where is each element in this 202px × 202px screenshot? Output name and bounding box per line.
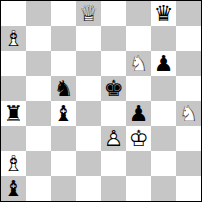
board-square-f4[interactable]: ♟ <box>126 101 151 126</box>
black-king: ♚ <box>101 76 126 101</box>
white-knight: ♞♘ <box>126 51 151 76</box>
board-square-a7[interactable]: ♝♗ <box>1 26 26 51</box>
white-queen-icon: ♕ <box>76 1 101 26</box>
board-square-e1[interactable] <box>101 176 126 201</box>
board-square-e8[interactable] <box>101 1 126 26</box>
board-square-d4[interactable] <box>76 101 101 126</box>
white-bishop-icon: ♗ <box>1 151 26 176</box>
board-square-a4[interactable]: ♜ <box>1 101 26 126</box>
white-king-icon: ♔ <box>126 126 151 151</box>
board-square-a5[interactable] <box>1 76 26 101</box>
board-square-a8[interactable] <box>1 1 26 26</box>
white-bishop: ♝♗ <box>1 26 26 51</box>
board-square-g3[interactable] <box>151 126 176 151</box>
board-square-d2[interactable] <box>76 151 101 176</box>
board-square-b6[interactable] <box>26 51 51 76</box>
board-square-c8[interactable] <box>51 1 76 26</box>
board-square-b5[interactable] <box>26 76 51 101</box>
board-square-g7[interactable] <box>151 26 176 51</box>
black-queen-icon: ♛ <box>151 1 176 26</box>
black-knight-icon: ♞ <box>51 76 76 101</box>
white-pawn-icon: ♙ <box>101 126 126 151</box>
black-rook: ♜ <box>1 101 26 126</box>
board-square-f3[interactable]: ♚♔ <box>126 126 151 151</box>
board-square-b2[interactable] <box>26 151 51 176</box>
board-square-f6[interactable]: ♞♘ <box>126 51 151 76</box>
board-square-g5[interactable] <box>151 76 176 101</box>
board-square-c5[interactable]: ♞ <box>51 76 76 101</box>
board-square-h4[interactable]: ♞♘ <box>176 101 201 126</box>
white-knight: ♞♘ <box>176 101 201 126</box>
board-square-f1[interactable] <box>126 176 151 201</box>
board-square-h6[interactable] <box>176 51 201 76</box>
board-square-d7[interactable] <box>76 26 101 51</box>
board-square-d6[interactable] <box>76 51 101 76</box>
chess-board: ♛♕♛♝♗♞♘♟♞♚♜♝♟♞♘♟♙♚♔♝♗♝ <box>1 1 201 201</box>
board-square-h2[interactable] <box>176 151 201 176</box>
black-bishop-icon: ♝ <box>1 176 26 201</box>
board-square-e2[interactable] <box>101 151 126 176</box>
board-square-f7[interactable] <box>126 26 151 51</box>
white-king: ♚♔ <box>126 126 151 151</box>
black-pawn-icon: ♟ <box>151 51 176 76</box>
board-square-b8[interactable] <box>26 1 51 26</box>
board-square-g2[interactable] <box>151 151 176 176</box>
board-square-e4[interactable] <box>101 101 126 126</box>
board-square-a3[interactable] <box>1 126 26 151</box>
white-bishop-icon: ♗ <box>1 26 26 51</box>
board-square-a2[interactable]: ♝♗ <box>1 151 26 176</box>
white-knight-icon: ♘ <box>176 101 201 126</box>
black-rook-icon: ♜ <box>1 101 26 126</box>
board-square-b3[interactable] <box>26 126 51 151</box>
black-pawn-icon: ♟ <box>126 101 151 126</box>
board-square-f5[interactable] <box>126 76 151 101</box>
board-square-c7[interactable] <box>51 26 76 51</box>
board-square-a1[interactable]: ♝ <box>1 176 26 201</box>
white-queen: ♛♕ <box>76 1 101 26</box>
board-square-e3[interactable]: ♟♙ <box>101 126 126 151</box>
white-pawn: ♟♙ <box>101 126 126 151</box>
black-bishop-icon: ♝ <box>51 101 76 126</box>
black-bishop: ♝ <box>1 176 26 201</box>
black-knight: ♞ <box>51 76 76 101</box>
board-square-d5[interactable] <box>76 76 101 101</box>
board-square-c4[interactable]: ♝ <box>51 101 76 126</box>
board-square-f2[interactable] <box>126 151 151 176</box>
board-square-h1[interactable] <box>176 176 201 201</box>
board-square-b4[interactable] <box>26 101 51 126</box>
board-square-c3[interactable] <box>51 126 76 151</box>
board-square-g4[interactable] <box>151 101 176 126</box>
board-square-g8[interactable]: ♛ <box>151 1 176 26</box>
board-square-h3[interactable] <box>176 126 201 151</box>
board-square-h5[interactable] <box>176 76 201 101</box>
board-square-f8[interactable] <box>126 1 151 26</box>
black-bishop: ♝ <box>51 101 76 126</box>
black-pawn: ♟ <box>151 51 176 76</box>
board-square-a6[interactable] <box>1 51 26 76</box>
board-square-c2[interactable] <box>51 151 76 176</box>
board-square-c1[interactable] <box>51 176 76 201</box>
board-square-e5[interactable]: ♚ <box>101 76 126 101</box>
board-square-b1[interactable] <box>26 176 51 201</box>
board-square-d3[interactable] <box>76 126 101 151</box>
board-square-e7[interactable] <box>101 26 126 51</box>
board-square-h7[interactable] <box>176 26 201 51</box>
white-knight-icon: ♘ <box>126 51 151 76</box>
board-square-g1[interactable] <box>151 176 176 201</box>
black-pawn: ♟ <box>126 101 151 126</box>
board-square-c6[interactable] <box>51 51 76 76</box>
chess-board-frame: ♛♕♛♝♗♞♘♟♞♚♜♝♟♞♘♟♙♚♔♝♗♝ <box>0 0 202 202</box>
white-bishop: ♝♗ <box>1 151 26 176</box>
board-square-d8[interactable]: ♛♕ <box>76 1 101 26</box>
board-square-d1[interactable] <box>76 176 101 201</box>
board-square-h8[interactable] <box>176 1 201 26</box>
black-king-icon: ♚ <box>101 76 126 101</box>
board-square-g6[interactable]: ♟ <box>151 51 176 76</box>
black-queen: ♛ <box>151 1 176 26</box>
board-square-e6[interactable] <box>101 51 126 76</box>
board-square-b7[interactable] <box>26 26 51 51</box>
